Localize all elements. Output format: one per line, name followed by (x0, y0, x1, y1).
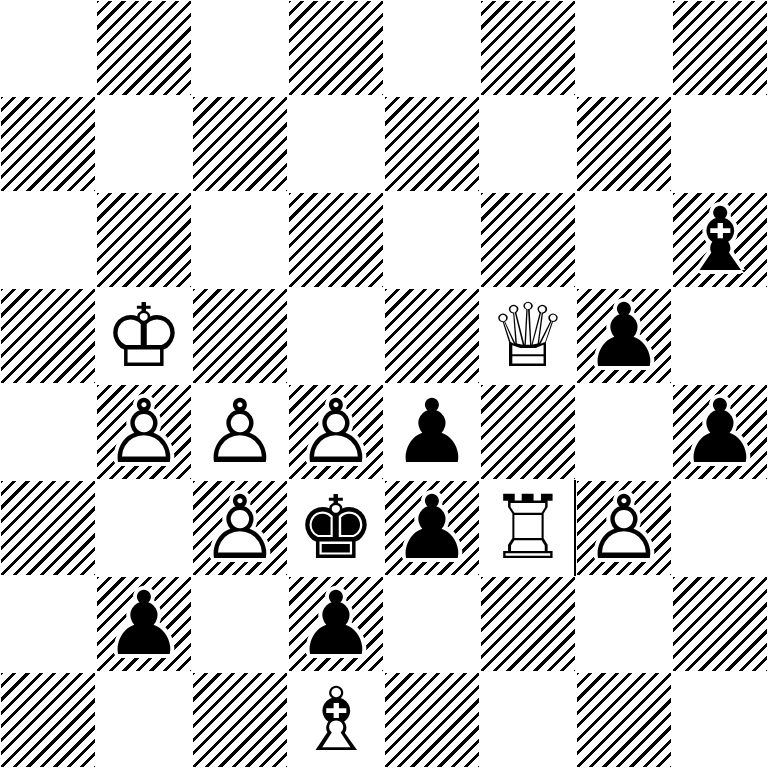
square-h6[interactable]: ♝♝ (672, 192, 768, 288)
square-e4[interactable]: ♟♟ (384, 384, 480, 480)
square-f3[interactable]: ♜♖ (480, 480, 576, 576)
square-b7[interactable] (96, 96, 192, 192)
square-h8[interactable] (672, 0, 768, 96)
square-c1[interactable] (192, 672, 288, 768)
square-d2[interactable]: ♟♟ (288, 576, 384, 672)
square-d7[interactable] (288, 96, 384, 192)
white-pawn-c4[interactable]: ♟♙ (192, 384, 288, 480)
square-d5[interactable] (288, 288, 384, 384)
square-c3[interactable]: ♟♙ (192, 480, 288, 576)
square-b4[interactable]: ♟♙ (96, 384, 192, 480)
white-pawn-glyph: ♙ (288, 384, 384, 480)
square-c5[interactable] (192, 288, 288, 384)
square-g5[interactable]: ♟♟ (576, 288, 672, 384)
white-king-b5[interactable]: ♚♔ (96, 288, 192, 384)
square-a2[interactable] (0, 576, 96, 672)
square-d1[interactable]: ♝♗ (288, 672, 384, 768)
square-f5[interactable]: ♛♕ (480, 288, 576, 384)
square-d6[interactable] (288, 192, 384, 288)
square-g4[interactable] (576, 384, 672, 480)
square-f1[interactable] (480, 672, 576, 768)
square-b1[interactable] (96, 672, 192, 768)
square-d3[interactable]: ♚♚ (288, 480, 384, 576)
black-king-glyph: ♚ (288, 480, 384, 576)
chess-board: ♝♝♚♔♛♕♟♟♟♙♟♙♟♙♟♟♟♟♟♙♚♚♟♟♜♖♟♙♟♟♟♟♝♗ (0, 0, 768, 768)
square-e2[interactable] (384, 576, 480, 672)
square-h3[interactable] (672, 480, 768, 576)
square-a3[interactable] (0, 480, 96, 576)
white-rook-f3[interactable]: ♜♖ (480, 480, 576, 576)
black-pawn-glyph: ♟ (384, 384, 480, 480)
black-pawn-glyph: ♟ (96, 576, 192, 672)
square-a4[interactable] (0, 384, 96, 480)
square-a6[interactable] (0, 192, 96, 288)
square-h1[interactable] (672, 672, 768, 768)
white-pawn-g3[interactable]: ♟♙ (576, 480, 672, 576)
square-e3[interactable]: ♟♟ (384, 480, 480, 576)
black-bishop-glyph: ♝ (672, 192, 768, 288)
square-e5[interactable] (384, 288, 480, 384)
white-queen-f5[interactable]: ♛♕ (480, 288, 576, 384)
black-pawn-glyph: ♟ (288, 576, 384, 672)
white-pawn-glyph: ♙ (192, 480, 288, 576)
square-b8[interactable] (96, 0, 192, 96)
white-pawn-glyph: ♙ (576, 480, 672, 576)
square-h5[interactable] (672, 288, 768, 384)
white-queen-glyph: ♕ (480, 288, 576, 384)
black-pawn-b2[interactable]: ♟♟ (96, 576, 192, 672)
square-h7[interactable] (672, 96, 768, 192)
white-pawn-d4[interactable]: ♟♙ (288, 384, 384, 480)
square-e7[interactable] (384, 96, 480, 192)
black-king-d3[interactable]: ♚♚ (288, 480, 384, 576)
black-pawn-d2[interactable]: ♟♟ (288, 576, 384, 672)
square-f8[interactable] (480, 0, 576, 96)
square-b6[interactable] (96, 192, 192, 288)
black-pawn-glyph: ♟ (384, 480, 480, 576)
black-pawn-g5[interactable]: ♟♟ (576, 288, 672, 384)
square-a5[interactable] (0, 288, 96, 384)
square-c7[interactable] (192, 96, 288, 192)
white-pawn-b4[interactable]: ♟♙ (96, 384, 192, 480)
square-f7[interactable] (480, 96, 576, 192)
square-a7[interactable] (0, 96, 96, 192)
black-bishop-h6[interactable]: ♝♝ (672, 192, 768, 288)
black-pawn-h4[interactable]: ♟♟ (672, 384, 768, 480)
square-b3[interactable] (96, 480, 192, 576)
black-pawn-glyph: ♟ (576, 288, 672, 384)
square-a8[interactable] (0, 0, 96, 96)
square-c8[interactable] (192, 0, 288, 96)
square-g1[interactable] (576, 672, 672, 768)
square-g2[interactable] (576, 576, 672, 672)
square-g6[interactable] (576, 192, 672, 288)
white-bishop-d1[interactable]: ♝♗ (288, 672, 384, 768)
square-d8[interactable] (288, 0, 384, 96)
black-pawn-e3[interactable]: ♟♟ (384, 480, 480, 576)
square-h2[interactable] (672, 576, 768, 672)
square-f4[interactable] (480, 384, 576, 480)
white-pawn-c3[interactable]: ♟♙ (192, 480, 288, 576)
square-b5[interactable]: ♚♔ (96, 288, 192, 384)
square-c6[interactable] (192, 192, 288, 288)
square-h4[interactable]: ♟♟ (672, 384, 768, 480)
white-rook-glyph: ♖ (480, 480, 576, 576)
square-g3[interactable]: ♟♙ (576, 480, 672, 576)
white-pawn-glyph: ♙ (192, 384, 288, 480)
white-king-glyph: ♔ (96, 288, 192, 384)
square-c4[interactable]: ♟♙ (192, 384, 288, 480)
square-a1[interactable] (0, 672, 96, 768)
square-b2[interactable]: ♟♟ (96, 576, 192, 672)
white-bishop-glyph: ♗ (288, 672, 384, 768)
square-d4[interactable]: ♟♙ (288, 384, 384, 480)
square-f6[interactable] (480, 192, 576, 288)
white-pawn-glyph: ♙ (96, 384, 192, 480)
square-g8[interactable] (576, 0, 672, 96)
black-pawn-e4[interactable]: ♟♟ (384, 384, 480, 480)
square-c2[interactable] (192, 576, 288, 672)
black-pawn-glyph: ♟ (672, 384, 768, 480)
square-e1[interactable] (384, 672, 480, 768)
square-e6[interactable] (384, 192, 480, 288)
square-g7[interactable] (576, 96, 672, 192)
square-e8[interactable] (384, 0, 480, 96)
square-f2[interactable] (480, 576, 576, 672)
